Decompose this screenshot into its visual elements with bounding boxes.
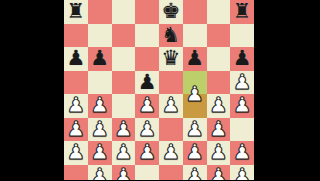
- white-pawn[interactable]: ♟: [207, 118, 231, 142]
- black-pawn[interactable]: ♟: [64, 47, 88, 71]
- white-pawn[interactable]: ♟: [159, 141, 183, 165]
- square-c8[interactable]: [112, 0, 136, 24]
- square-e6[interactable]: ♛: [159, 47, 183, 71]
- square-e8[interactable]: ♚: [159, 0, 183, 24]
- white-pawn[interactable]: ♟: [88, 141, 112, 165]
- white-pawn[interactable]: ♟: [159, 94, 183, 118]
- square-h7[interactable]: [230, 24, 254, 48]
- square-c2[interactable]: ♟: [112, 141, 136, 165]
- white-pawn[interactable]: ♟: [135, 118, 159, 142]
- square-a6[interactable]: ♟: [64, 47, 88, 71]
- square-g1[interactable]: ♟: [207, 165, 231, 181]
- square-g7[interactable]: [207, 24, 231, 48]
- square-c5[interactable]: [112, 71, 136, 95]
- white-pawn[interactable]: ♟: [230, 165, 254, 181]
- black-king[interactable]: ♚: [159, 0, 183, 24]
- square-g6[interactable]: [207, 47, 231, 71]
- square-d4[interactable]: ♟: [135, 94, 159, 118]
- white-pawn[interactable]: ♟: [64, 118, 88, 142]
- square-g3[interactable]: ♟: [207, 118, 231, 142]
- square-d2[interactable]: ♟: [135, 141, 159, 165]
- square-b4[interactable]: ♟: [88, 94, 112, 118]
- square-e7[interactable]: ♞: [159, 24, 183, 48]
- white-pawn[interactable]: ♟: [135, 141, 159, 165]
- white-pawn[interactable]: ♟: [183, 82, 207, 106]
- white-pawn[interactable]: ♟: [207, 141, 231, 165]
- square-e2[interactable]: ♟: [159, 141, 183, 165]
- square-b1[interactable]: ♟: [88, 165, 112, 181]
- square-a5[interactable]: [64, 71, 88, 95]
- square-g5[interactable]: [207, 71, 231, 95]
- white-pawn[interactable]: ♟: [88, 118, 112, 142]
- white-pawn[interactable]: ♟: [207, 94, 231, 118]
- square-f7[interactable]: [183, 24, 207, 48]
- black-pawn[interactable]: ♟: [88, 47, 112, 71]
- black-pawn[interactable]: ♟: [135, 71, 159, 95]
- square-a3[interactable]: ♟: [64, 118, 88, 142]
- square-h5[interactable]: ♟: [230, 71, 254, 95]
- square-g2[interactable]: ♟: [207, 141, 231, 165]
- square-d6[interactable]: [135, 47, 159, 71]
- square-d1[interactable]: [135, 165, 159, 181]
- square-f1[interactable]: ♟: [183, 165, 207, 181]
- white-pawn[interactable]: ♟: [88, 165, 112, 181]
- square-f5[interactable]: ♟: [183, 71, 207, 95]
- white-pawn[interactable]: ♟: [64, 94, 88, 118]
- white-pawn[interactable]: ♟: [230, 94, 254, 118]
- white-pawn[interactable]: ♟: [88, 94, 112, 118]
- square-a8[interactable]: ♜: [64, 0, 88, 24]
- white-pawn[interactable]: ♟: [183, 141, 207, 165]
- square-d8[interactable]: [135, 0, 159, 24]
- white-pawn[interactable]: ♟: [230, 71, 254, 95]
- square-a7[interactable]: [64, 24, 88, 48]
- square-c4[interactable]: [112, 94, 136, 118]
- white-pawn[interactable]: ♟: [112, 165, 136, 181]
- square-f2[interactable]: ♟: [183, 141, 207, 165]
- square-e1[interactable]: [159, 165, 183, 181]
- square-c3[interactable]: ♟: [112, 118, 136, 142]
- square-f3[interactable]: ♟: [183, 118, 207, 142]
- square-d7[interactable]: [135, 24, 159, 48]
- square-d3[interactable]: ♟: [135, 118, 159, 142]
- square-e5[interactable]: [159, 71, 183, 95]
- square-b2[interactable]: ♟: [88, 141, 112, 165]
- square-b5[interactable]: [88, 71, 112, 95]
- black-rook[interactable]: ♜: [230, 0, 254, 24]
- black-pawn[interactable]: ♟: [230, 47, 254, 71]
- white-pawn[interactable]: ♟: [112, 118, 136, 142]
- square-h8[interactable]: ♜: [230, 0, 254, 24]
- square-b7[interactable]: [88, 24, 112, 48]
- white-pawn[interactable]: ♟: [230, 141, 254, 165]
- square-g8[interactable]: [207, 0, 231, 24]
- square-h1[interactable]: ♟: [230, 165, 254, 181]
- chess-board: ♜♚♜♞♟♟♛♟♟♟♟♟♟♟♟♟♟♟♟♟♟♟♟♟♟♟♟♟♟♟♟♟♟♟♟♟♟: [64, 0, 254, 180]
- white-pawn[interactable]: ♟: [135, 94, 159, 118]
- square-e4[interactable]: ♟: [159, 94, 183, 118]
- square-b6[interactable]: ♟: [88, 47, 112, 71]
- black-queen[interactable]: ♛: [159, 47, 183, 71]
- square-d5[interactable]: ♟: [135, 71, 159, 95]
- square-f8[interactable]: [183, 0, 207, 24]
- square-c7[interactable]: [112, 24, 136, 48]
- square-h3[interactable]: [230, 118, 254, 142]
- white-pawn[interactable]: ♟: [183, 165, 207, 181]
- square-g4[interactable]: ♟: [207, 94, 231, 118]
- square-a4[interactable]: ♟: [64, 94, 88, 118]
- square-h4[interactable]: ♟: [230, 94, 254, 118]
- square-a1[interactable]: [64, 165, 88, 181]
- white-pawn[interactable]: ♟: [183, 118, 207, 142]
- square-h6[interactable]: ♟: [230, 47, 254, 71]
- black-knight[interactable]: ♞: [159, 24, 183, 48]
- square-b8[interactable]: [88, 0, 112, 24]
- black-pawn[interactable]: ♟: [183, 47, 207, 71]
- square-a2[interactable]: ♟: [64, 141, 88, 165]
- letterbox-stage: ♜♚♜♞♟♟♛♟♟♟♟♟♟♟♟♟♟♟♟♟♟♟♟♟♟♟♟♟♟♟♟♟♟♟♟♟♟: [0, 0, 320, 180]
- white-pawn[interactable]: ♟: [207, 165, 231, 181]
- square-c1[interactable]: ♟: [112, 165, 136, 181]
- white-pawn[interactable]: ♟: [64, 141, 88, 165]
- square-h2[interactable]: ♟: [230, 141, 254, 165]
- square-e3[interactable]: [159, 118, 183, 142]
- white-pawn[interactable]: ♟: [112, 141, 136, 165]
- black-rook[interactable]: ♜: [64, 0, 88, 24]
- square-b3[interactable]: ♟: [88, 118, 112, 142]
- square-c6[interactable]: [112, 47, 136, 71]
- square-f6[interactable]: ♟: [183, 47, 207, 71]
